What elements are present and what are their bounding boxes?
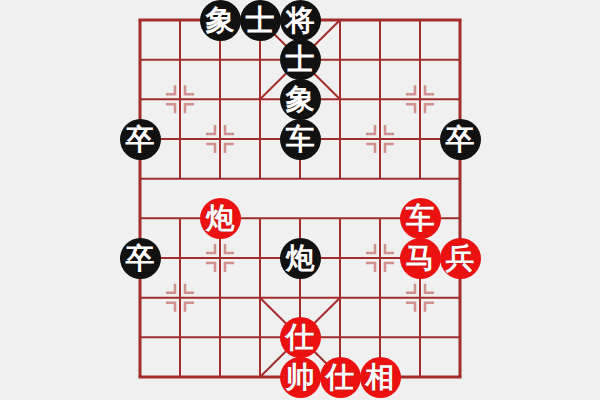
star-point-marker bbox=[225, 144, 234, 153]
star-point-marker bbox=[366, 244, 375, 253]
star-point-marker bbox=[385, 244, 394, 253]
star-point-marker bbox=[425, 104, 434, 113]
star-point-marker bbox=[185, 284, 194, 293]
star-point-marker bbox=[206, 144, 215, 153]
star-point-marker bbox=[425, 85, 434, 94]
star-point-marker bbox=[425, 303, 434, 312]
star-point-marker bbox=[385, 144, 394, 153]
piece-red-soldier[interactable]: 兵 bbox=[440, 238, 481, 279]
piece-red-horse[interactable]: 马 bbox=[400, 238, 441, 279]
star-point-marker bbox=[366, 263, 375, 272]
star-point-marker bbox=[406, 104, 415, 113]
piece-black-soldier[interactable]: 卒 bbox=[120, 119, 161, 160]
star-point-marker bbox=[166, 303, 175, 312]
piece-black-chariot[interactable]: 车 bbox=[280, 119, 321, 160]
piece-red-advisor[interactable]: 仕 bbox=[280, 317, 321, 358]
star-point-marker bbox=[425, 284, 434, 293]
piece-black-general[interactable]: 将 bbox=[280, 0, 321, 41]
star-point-marker bbox=[406, 284, 415, 293]
star-point-marker bbox=[225, 244, 234, 253]
star-point-marker bbox=[166, 85, 175, 94]
star-point-marker bbox=[225, 263, 234, 272]
star-point-marker bbox=[225, 125, 234, 134]
star-point-marker bbox=[206, 244, 215, 253]
piece-red-chariot[interactable]: 车 bbox=[400, 198, 441, 239]
star-point-marker bbox=[366, 144, 375, 153]
star-point-marker bbox=[385, 125, 394, 134]
star-point-marker bbox=[385, 263, 394, 272]
star-point-marker bbox=[366, 125, 375, 134]
star-point-marker bbox=[206, 263, 215, 272]
piece-red-general[interactable]: 帅 bbox=[280, 357, 321, 398]
star-point-marker bbox=[206, 125, 215, 134]
star-point-marker bbox=[166, 104, 175, 113]
piece-red-elephant[interactable]: 相 bbox=[360, 357, 401, 398]
xiangqi-board-screen: 象士将士象卒车卒卒炮炮车马兵仕帅仕相 bbox=[0, 0, 600, 400]
piece-black-soldier[interactable]: 卒 bbox=[120, 238, 161, 279]
piece-black-advisor[interactable]: 士 bbox=[280, 39, 321, 80]
piece-black-cannon[interactable]: 炮 bbox=[280, 238, 321, 279]
star-point-marker bbox=[166, 284, 175, 293]
piece-black-elephant[interactable]: 象 bbox=[200, 0, 241, 41]
star-point-marker bbox=[406, 303, 415, 312]
piece-black-elephant[interactable]: 象 bbox=[280, 79, 321, 120]
piece-black-advisor[interactable]: 士 bbox=[240, 0, 281, 41]
piece-red-cannon[interactable]: 炮 bbox=[200, 198, 241, 239]
star-point-marker bbox=[406, 85, 415, 94]
star-point-marker bbox=[185, 85, 194, 94]
piece-black-soldier[interactable]: 卒 bbox=[440, 119, 481, 160]
star-point-marker bbox=[185, 303, 194, 312]
star-point-marker bbox=[185, 104, 194, 113]
piece-red-advisor[interactable]: 仕 bbox=[320, 357, 361, 398]
